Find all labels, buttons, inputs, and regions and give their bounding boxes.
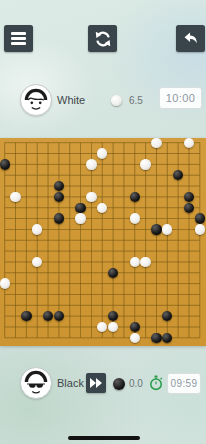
white-stone — [86, 159, 96, 169]
home-indicator[interactable] — [68, 436, 140, 440]
black-player-avatar — [20, 367, 52, 399]
fast-forward-icon — [89, 377, 103, 389]
black-player-name: Black — [57, 377, 84, 389]
white-stone — [10, 192, 20, 202]
black-stone — [54, 192, 64, 202]
white-player-name: White — [57, 94, 85, 106]
black-stone — [184, 203, 194, 213]
white-player-avatar — [20, 84, 52, 116]
white-player-row: White 6.5 10:00 — [0, 84, 206, 118]
white-stone — [162, 224, 172, 234]
black-clock: 09:59 — [167, 373, 201, 394]
go-app-screen: White 6.5 10:00 Black 0.0 — [0, 0, 206, 444]
white-stone — [0, 278, 10, 288]
white-stone — [195, 224, 205, 234]
black-stone — [195, 213, 205, 223]
black-stone — [21, 311, 31, 321]
white-stone — [140, 257, 150, 267]
white-stone — [130, 257, 140, 267]
black-stone — [130, 192, 140, 202]
black-captures-value: 0.0 — [129, 378, 143, 389]
white-stone — [75, 213, 85, 223]
white-stone — [140, 159, 150, 169]
fast-forward-button[interactable] — [86, 373, 106, 393]
black-stone — [130, 322, 140, 332]
black-stone — [151, 224, 161, 234]
white-stone — [184, 138, 194, 148]
black-stone-icon — [113, 378, 125, 390]
white-clock: 10:00 — [159, 87, 202, 109]
menu-button[interactable] — [4, 25, 33, 52]
black-stone — [54, 213, 64, 223]
black-player-row: Black 0.0 09:59 — [0, 367, 206, 401]
white-stone — [32, 224, 42, 234]
go-board[interactable] — [0, 138, 206, 346]
black-stone — [75, 203, 85, 213]
white-stone — [151, 138, 161, 148]
stopwatch-icon — [148, 375, 164, 391]
white-komi-value: 6.5 — [129, 95, 143, 106]
white-stone — [130, 333, 140, 343]
sync-button[interactable] — [88, 25, 117, 52]
sunglasses-face-icon — [21, 368, 51, 398]
black-stone — [151, 333, 161, 343]
black-stone — [0, 159, 10, 169]
white-stone — [97, 148, 107, 158]
white-stone-icon — [111, 95, 122, 106]
sync-arrows-icon — [94, 30, 112, 48]
boy-face-icon — [21, 85, 51, 115]
white-stone — [86, 192, 96, 202]
white-stone — [130, 213, 140, 223]
hamburger-menu-icon — [11, 32, 26, 44]
undo-arrow-icon — [182, 30, 199, 47]
undo-button[interactable] — [176, 25, 205, 52]
